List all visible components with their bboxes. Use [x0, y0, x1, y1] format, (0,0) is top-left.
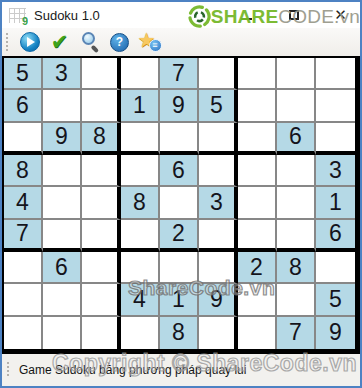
cell-r7c4[interactable] — [121, 252, 160, 284]
cell-r7c9[interactable] — [316, 252, 355, 284]
cell-r3c3[interactable]: 8 — [82, 123, 121, 155]
cell-r8c8[interactable] — [277, 284, 316, 316]
app-icon-digit: 9 — [22, 16, 28, 27]
status-bar: Game Sudoku bằng phương pháp quay lui — [2, 354, 360, 386]
sudoku-board: 537619598686348317266284195879 — [2, 56, 360, 354]
cell-r8c3[interactable] — [82, 284, 121, 316]
cell-r9c4[interactable] — [121, 317, 160, 349]
run-button[interactable] — [17, 30, 42, 54]
cell-r5c3[interactable] — [82, 187, 121, 219]
cell-r6c5[interactable]: 2 — [160, 220, 199, 252]
favorites-icon: ★ ≡ — [138, 31, 162, 53]
cell-r6c1[interactable]: 7 — [4, 220, 43, 252]
help-icon: ? — [110, 33, 129, 52]
list-badge-icon: ≡ — [149, 39, 162, 52]
cell-r3c2[interactable]: 9 — [43, 123, 82, 155]
cell-r1c4[interactable] — [121, 58, 160, 90]
cell-r5c4[interactable]: 8 — [121, 187, 160, 219]
cell-r2c9[interactable] — [316, 90, 355, 122]
cell-r3c8[interactable]: 6 — [277, 123, 316, 155]
cell-r9c5[interactable]: 8 — [160, 317, 199, 349]
cell-r8c5[interactable]: 1 — [160, 284, 199, 316]
minimize-button[interactable] — [240, 8, 253, 21]
cell-r4c6[interactable] — [199, 155, 238, 187]
cell-r8c1[interactable] — [4, 284, 43, 316]
cell-r2c8[interactable] — [277, 90, 316, 122]
cell-r4c7[interactable] — [238, 155, 277, 187]
cell-r1c8[interactable] — [277, 58, 316, 90]
cell-r5c7[interactable] — [238, 187, 277, 219]
cell-r7c5[interactable] — [160, 252, 199, 284]
cell-r6c8[interactable] — [277, 220, 316, 252]
check-icon: ✔ — [51, 32, 69, 52]
search-button[interactable] — [77, 30, 102, 54]
toolbar-grip[interactable] — [5, 33, 9, 51]
toolbar: ✔ ? ★ ≡ — [2, 28, 360, 56]
cell-r3c6[interactable] — [199, 123, 238, 155]
cell-r2c7[interactable] — [238, 90, 277, 122]
cell-r9c3[interactable] — [82, 317, 121, 349]
maximize-button[interactable] — [287, 8, 300, 21]
cell-r1c7[interactable] — [238, 58, 277, 90]
cell-r2c2[interactable] — [43, 90, 82, 122]
cell-r9c8[interactable]: 7 — [277, 317, 316, 349]
cell-r1c9[interactable] — [316, 58, 355, 90]
check-button[interactable]: ✔ — [47, 30, 72, 54]
cell-r7c2[interactable]: 6 — [43, 252, 82, 284]
cell-r9c7[interactable] — [238, 317, 277, 349]
cell-r7c3[interactable] — [82, 252, 121, 284]
cell-r2c5[interactable]: 9 — [160, 90, 199, 122]
sudoku-grid-icon: 9 — [9, 8, 26, 23]
cell-r7c1[interactable] — [4, 252, 43, 284]
cell-r4c3[interactable] — [82, 155, 121, 187]
cell-r9c1[interactable] — [4, 317, 43, 349]
cell-r4c4[interactable] — [121, 155, 160, 187]
cell-r9c2[interactable] — [43, 317, 82, 349]
board-area: 537619598686348317266284195879 — [2, 56, 360, 354]
cell-r1c1[interactable]: 5 — [4, 58, 43, 90]
cell-r4c1[interactable]: 8 — [4, 155, 43, 187]
help-button[interactable]: ? — [107, 30, 132, 54]
cell-r8c6[interactable]: 9 — [199, 284, 238, 316]
cell-r1c2[interactable]: 3 — [43, 58, 82, 90]
maximize-icon — [289, 10, 299, 20]
cell-r5c1[interactable]: 4 — [4, 187, 43, 219]
cell-r1c5[interactable]: 7 — [160, 58, 199, 90]
cell-r3c4[interactable] — [121, 123, 160, 155]
cell-r6c7[interactable] — [238, 220, 277, 252]
cell-r4c5[interactable]: 6 — [160, 155, 199, 187]
cell-r3c5[interactable] — [160, 123, 199, 155]
cell-r2c3[interactable] — [82, 90, 121, 122]
cell-r7c8[interactable]: 8 — [277, 252, 316, 284]
statusbar-grip[interactable] — [6, 362, 10, 378]
cell-r4c9[interactable]: 3 — [316, 155, 355, 187]
cell-r3c1[interactable] — [4, 123, 43, 155]
cell-r7c6[interactable] — [199, 252, 238, 284]
cell-r9c6[interactable] — [199, 317, 238, 349]
cell-r4c8[interactable] — [277, 155, 316, 187]
play-icon — [20, 32, 40, 52]
cell-r3c7[interactable] — [238, 123, 277, 155]
search-icon — [80, 32, 100, 52]
cell-r2c6[interactable]: 5 — [199, 90, 238, 122]
cell-r5c6[interactable]: 3 — [199, 187, 238, 219]
cell-r1c6[interactable] — [199, 58, 238, 90]
cell-r6c4[interactable] — [121, 220, 160, 252]
title-bar: 9 Sudoku 1.0 ✕ SHARECODE.vn — [2, 2, 360, 28]
status-text: Game Sudoku bằng phương pháp quay lui — [19, 363, 246, 377]
cell-r8c7[interactable] — [238, 284, 277, 316]
cell-r7c7[interactable]: 2 — [238, 252, 277, 284]
cell-r8c9[interactable]: 5 — [316, 284, 355, 316]
favorites-button[interactable]: ★ ≡ — [137, 30, 162, 54]
cell-r8c2[interactable] — [43, 284, 82, 316]
cell-r5c8[interactable] — [277, 187, 316, 219]
cell-r1c3[interactable] — [82, 58, 121, 90]
cell-r2c1[interactable]: 6 — [4, 90, 43, 122]
app-window: 9 Sudoku 1.0 ✕ SHARECODE.vn ✔ ? — [0, 0, 362, 388]
cell-r6c2[interactable] — [43, 220, 82, 252]
cell-r2c4[interactable]: 1 — [121, 90, 160, 122]
window-controls: ✕ — [240, 8, 347, 21]
cell-r9c9[interactable]: 9 — [316, 317, 355, 349]
minimize-icon — [241, 18, 252, 20]
cell-r5c5[interactable] — [160, 187, 199, 219]
cell-r3c9[interactable] — [316, 123, 355, 155]
window-title: Sudoku 1.0 — [34, 8, 100, 23]
cell-r6c3[interactable] — [82, 220, 121, 252]
close-button[interactable]: ✕ — [334, 8, 347, 21]
cell-r6c6[interactable] — [199, 220, 238, 252]
recycle-logo-icon — [188, 5, 211, 28]
cell-r6c9[interactable]: 6 — [316, 220, 355, 252]
cell-r5c9[interactable]: 1 — [316, 187, 355, 219]
cell-r4c2[interactable] — [43, 155, 82, 187]
cell-r8c4[interactable]: 4 — [121, 284, 160, 316]
cell-r5c2[interactable] — [43, 187, 82, 219]
